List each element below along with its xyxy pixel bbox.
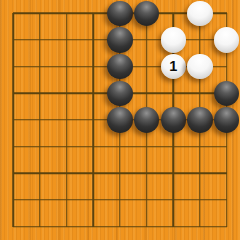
intersection-r8c2[interactable] bbox=[27, 187, 54, 214]
black-stone bbox=[107, 27, 133, 53]
intersection-r1c8[interactable] bbox=[187, 0, 214, 27]
intersection-r3c6[interactable] bbox=[133, 53, 160, 80]
intersection-r3c2[interactable] bbox=[27, 53, 54, 80]
black-stone bbox=[214, 81, 240, 107]
intersection-r3c3[interactable] bbox=[53, 53, 80, 80]
intersection-r6c8[interactable] bbox=[187, 133, 214, 160]
intersection-r2c8[interactable] bbox=[187, 27, 214, 54]
intersection-r2c7[interactable] bbox=[160, 27, 187, 54]
intersection-r2c5[interactable] bbox=[107, 27, 134, 54]
intersection-r7c2[interactable] bbox=[27, 160, 54, 187]
intersection-r9c8[interactable] bbox=[187, 213, 214, 240]
intersection-r9c6[interactable] bbox=[133, 213, 160, 240]
intersection-r1c6[interactable] bbox=[133, 0, 160, 27]
intersection-r5c9[interactable] bbox=[213, 107, 240, 134]
black-stone bbox=[107, 107, 133, 133]
intersection-r4c1[interactable] bbox=[0, 80, 27, 107]
intersection-r8c1[interactable] bbox=[0, 187, 27, 214]
black-stone bbox=[107, 1, 133, 27]
intersection-r6c4[interactable] bbox=[80, 133, 107, 160]
white-stone bbox=[187, 1, 213, 27]
intersection-r6c2[interactable] bbox=[27, 133, 54, 160]
intersection-r7c7[interactable] bbox=[160, 160, 187, 187]
intersection-r5c8[interactable] bbox=[187, 107, 214, 134]
intersection-r9c3[interactable] bbox=[53, 213, 80, 240]
intersection-r2c2[interactable] bbox=[27, 27, 54, 54]
intersection-r9c7[interactable] bbox=[160, 213, 187, 240]
intersection-r5c3[interactable] bbox=[53, 107, 80, 134]
intersection-r6c3[interactable] bbox=[53, 133, 80, 160]
intersection-r4c6[interactable] bbox=[133, 80, 160, 107]
intersection-r1c2[interactable] bbox=[27, 0, 54, 27]
intersection-r3c7[interactable]: 1 bbox=[160, 53, 187, 80]
intersection-r7c5[interactable] bbox=[107, 160, 134, 187]
intersection-r6c1[interactable] bbox=[0, 133, 27, 160]
board-grid: 1 bbox=[0, 0, 240, 240]
intersection-r4c4[interactable] bbox=[80, 80, 107, 107]
intersection-r4c8[interactable] bbox=[187, 80, 214, 107]
intersection-r1c5[interactable] bbox=[107, 0, 134, 27]
intersection-r6c7[interactable] bbox=[160, 133, 187, 160]
intersection-r2c1[interactable] bbox=[0, 27, 27, 54]
intersection-r9c5[interactable] bbox=[107, 213, 134, 240]
intersection-r9c4[interactable] bbox=[80, 213, 107, 240]
intersection-r2c9[interactable] bbox=[213, 27, 240, 54]
intersection-r6c5[interactable] bbox=[107, 133, 134, 160]
intersection-r2c3[interactable] bbox=[53, 27, 80, 54]
intersection-r5c6[interactable] bbox=[133, 107, 160, 134]
white-stone bbox=[187, 54, 213, 80]
intersection-r5c4[interactable] bbox=[80, 107, 107, 134]
intersection-r2c4[interactable] bbox=[80, 27, 107, 54]
intersection-r3c9[interactable] bbox=[213, 53, 240, 80]
intersection-r8c5[interactable] bbox=[107, 187, 134, 214]
black-stone bbox=[214, 107, 240, 133]
intersection-r2c6[interactable] bbox=[133, 27, 160, 54]
white-stone bbox=[161, 27, 187, 53]
intersection-r9c2[interactable] bbox=[27, 213, 54, 240]
go-board: 1 bbox=[0, 0, 240, 240]
intersection-r1c3[interactable] bbox=[53, 0, 80, 27]
black-stone bbox=[161, 107, 187, 133]
intersection-r5c1[interactable] bbox=[0, 107, 27, 134]
intersection-r7c6[interactable] bbox=[133, 160, 160, 187]
intersection-r8c8[interactable] bbox=[187, 187, 214, 214]
intersection-r8c7[interactable] bbox=[160, 187, 187, 214]
black-stone bbox=[107, 81, 133, 107]
intersection-r3c1[interactable] bbox=[0, 53, 27, 80]
intersection-r9c1[interactable] bbox=[0, 213, 27, 240]
intersection-r5c2[interactable] bbox=[27, 107, 54, 134]
intersection-r3c4[interactable] bbox=[80, 53, 107, 80]
intersection-r7c8[interactable] bbox=[187, 160, 214, 187]
intersection-r9c9[interactable] bbox=[213, 213, 240, 240]
intersection-r8c6[interactable] bbox=[133, 187, 160, 214]
intersection-r4c2[interactable] bbox=[27, 80, 54, 107]
black-stone bbox=[107, 54, 133, 80]
intersection-r4c7[interactable] bbox=[160, 80, 187, 107]
intersection-r4c3[interactable] bbox=[53, 80, 80, 107]
intersection-r3c8[interactable] bbox=[187, 53, 214, 80]
black-stone bbox=[134, 107, 160, 133]
black-stone bbox=[134, 1, 160, 27]
intersection-r7c1[interactable] bbox=[0, 160, 27, 187]
white-stone bbox=[214, 27, 240, 53]
move-number-label: 1 bbox=[169, 59, 177, 74]
intersection-r6c6[interactable] bbox=[133, 133, 160, 160]
intersection-r8c3[interactable] bbox=[53, 187, 80, 214]
intersection-r8c9[interactable] bbox=[213, 187, 240, 214]
intersection-r5c5[interactable] bbox=[107, 107, 134, 134]
white-stone: 1 bbox=[161, 54, 187, 80]
intersection-r3c5[interactable] bbox=[107, 53, 134, 80]
intersection-r1c1[interactable] bbox=[0, 0, 27, 27]
intersection-r8c4[interactable] bbox=[80, 187, 107, 214]
intersection-r1c4[interactable] bbox=[80, 0, 107, 27]
intersection-r5c7[interactable] bbox=[160, 107, 187, 134]
intersection-r1c9[interactable] bbox=[213, 0, 240, 27]
intersection-r4c9[interactable] bbox=[213, 80, 240, 107]
black-stone bbox=[187, 107, 213, 133]
intersection-r7c9[interactable] bbox=[213, 160, 240, 187]
intersection-r7c3[interactable] bbox=[53, 160, 80, 187]
intersection-r6c9[interactable] bbox=[213, 133, 240, 160]
intersection-r7c4[interactable] bbox=[80, 160, 107, 187]
intersection-r4c5[interactable] bbox=[107, 80, 134, 107]
intersection-r1c7[interactable] bbox=[160, 0, 187, 27]
